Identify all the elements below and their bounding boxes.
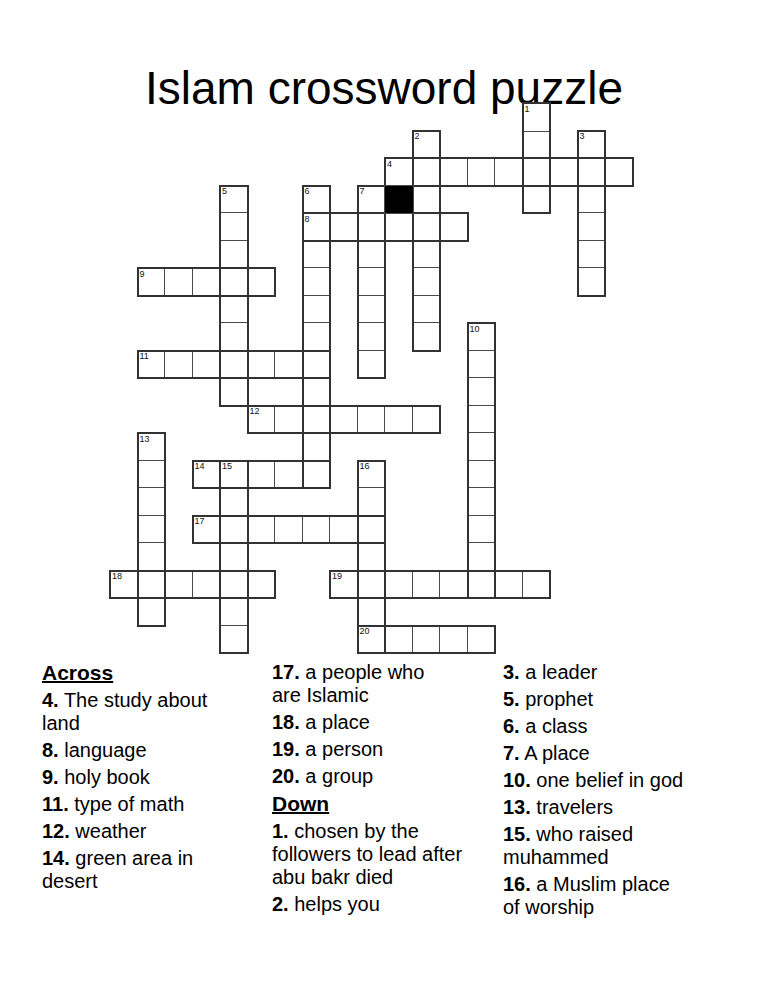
clue-20-line-1: 20. a group (272, 765, 500, 788)
grid-cell-r8c7[interactable] (302, 322, 332, 352)
grid-cell-r5c17[interactable] (577, 240, 607, 270)
grid-cell-r15c13[interactable] (467, 515, 497, 545)
grid-cell-r4c12[interactable] (439, 212, 469, 242)
grid-cell-r4c7[interactable] (302, 212, 332, 242)
grid-cell-r17c2[interactable] (164, 570, 194, 600)
grid-cell-r11c6[interactable] (274, 405, 304, 435)
grid-cell-r3c4[interactable] (219, 185, 249, 215)
clue-15-line-1: 15. who raised (503, 823, 743, 846)
grid-cell-r1c11[interactable] (412, 130, 442, 160)
grid-cell-r8c13[interactable] (467, 322, 497, 352)
clue-6: 6. a class (503, 715, 743, 738)
grid-cell-r17c4[interactable] (219, 570, 249, 600)
grid-cell-r9c9[interactable] (357, 350, 387, 380)
grid-cell-r14c1[interactable] (137, 487, 167, 517)
grid-cell-r17c11[interactable] (412, 570, 442, 600)
clue-3-line-1: 3. a leader (503, 661, 743, 684)
page: Islam crossword puzzle 12345678910111213… (0, 0, 768, 994)
grid-cell-r6c9[interactable] (357, 267, 387, 297)
clue-13: 13. travelers (503, 796, 743, 819)
grid-cell-r18c9[interactable] (357, 597, 387, 627)
grid-cell-r9c5[interactable] (247, 350, 277, 380)
grid-cell-r17c10[interactable] (384, 570, 414, 600)
grid-cell-r2c10[interactable] (384, 157, 414, 187)
grid-cell-r2c18[interactable] (604, 157, 634, 187)
grid-cell-r4c10[interactable] (384, 212, 414, 242)
grid-cell-r18c1[interactable] (137, 597, 167, 627)
grid-cell-r12c7[interactable] (302, 432, 332, 462)
grid-cell-r8c9[interactable] (357, 322, 387, 352)
grid-cell-r1c17[interactable] (577, 130, 607, 160)
grid-cell-r2c14[interactable] (494, 157, 524, 187)
clue-6-line-1: 6. a class (503, 715, 743, 738)
grid-cell-r3c9[interactable] (357, 185, 387, 215)
black-cell (384, 185, 414, 215)
clue-12-line-1: 12. weather (42, 820, 260, 843)
grid-cell-r17c14[interactable] (494, 570, 524, 600)
grid-cell-r4c17[interactable] (577, 212, 607, 242)
grid-cell-r5c11[interactable] (412, 240, 442, 270)
grid-cell-r18c4[interactable] (219, 597, 249, 627)
grid-cell-r17c1[interactable] (137, 570, 167, 600)
clue-8-line-1: 8. language (42, 739, 260, 762)
grid-cell-r16c9[interactable] (357, 542, 387, 572)
grid-cell-r6c3[interactable] (192, 267, 222, 297)
grid-cell-r15c4[interactable] (219, 515, 249, 545)
clue-17-line-1: 17. a people who (272, 661, 500, 684)
clue-column-3: 3. a leader5. prophet6. a class7. A plac… (503, 661, 743, 923)
clue-7-line-1: 7. A place (503, 742, 743, 765)
clue-15-line-2: muhammed (503, 846, 743, 869)
grid-cell-r19c13[interactable] (467, 625, 497, 655)
clue-1-line-3: abu bakr died (272, 866, 500, 889)
grid-cell-r12c13[interactable] (467, 432, 497, 462)
grid-cell-r2c16[interactable] (549, 157, 579, 187)
grid-cell-r10c4[interactable] (219, 377, 249, 407)
grid-cell-r19c9[interactable] (357, 625, 387, 655)
grid-cell-r10c13[interactable] (467, 377, 497, 407)
grid-cell-r13c9[interactable] (357, 460, 387, 490)
grid-cell-r5c4[interactable] (219, 240, 249, 270)
grid-cell-r15c6[interactable] (274, 515, 304, 545)
grid-cell-r19c12[interactable] (439, 625, 469, 655)
clue-2: 2. helps you (272, 893, 500, 916)
grid-cell-r8c4[interactable] (219, 322, 249, 352)
grid-cell-r4c9[interactable] (357, 212, 387, 242)
grid-cell-r10c7[interactable] (302, 377, 332, 407)
grid-cell-r15c7[interactable] (302, 515, 332, 545)
grid-cell-r16c13[interactable] (467, 542, 497, 572)
clue-19: 19. a person (272, 738, 500, 761)
grid-cell-r5c7[interactable] (302, 240, 332, 270)
grid-cell-r7c9[interactable] (357, 295, 387, 325)
grid-cell-r13c4[interactable] (219, 460, 249, 490)
grid-cell-r3c11[interactable] (412, 185, 442, 215)
clue-4-line-2: land (42, 712, 260, 735)
grid-cell-r3c7[interactable] (302, 185, 332, 215)
clue-18-line-1: 18. a place (272, 711, 500, 734)
page-title: Islam crossword puzzle (0, 61, 768, 115)
clue-10-line-1: 10. one belief in god (503, 769, 743, 792)
grid-cell-r11c10[interactable] (384, 405, 414, 435)
clue-5: 5. prophet (503, 688, 743, 711)
clue-3: 3. a leader (503, 661, 743, 684)
grid-cell-r11c7[interactable] (302, 405, 332, 435)
grid-cell-r6c5[interactable] (247, 267, 277, 297)
grid-cell-r4c4[interactable] (219, 212, 249, 242)
clue-18: 18. a place (272, 711, 500, 734)
clue-9-line-1: 9. holy book (42, 766, 260, 789)
grid-cell-r0c15[interactable] (522, 102, 552, 132)
grid-cell-r6c1[interactable] (137, 267, 167, 297)
grid-cell-r17c8[interactable] (329, 570, 359, 600)
grid-cell-r16c1[interactable] (137, 542, 167, 572)
grid-cell-r9c1[interactable] (137, 350, 167, 380)
grid-cell-r13c7[interactable] (302, 460, 332, 490)
clue-19-line-1: 19. a person (272, 738, 500, 761)
grid-cell-r6c4[interactable] (219, 267, 249, 297)
clues-heading-down: Down (272, 792, 500, 815)
grid-cell-r11c13[interactable] (467, 405, 497, 435)
clue-column-1: Across4. The study aboutland8. language9… (42, 661, 260, 897)
grid-cell-r17c5[interactable] (247, 570, 277, 600)
clue-1-line-1: 1. chosen by the (272, 820, 500, 843)
grid-cell-r12c1[interactable] (137, 432, 167, 462)
grid-cell-r9c4[interactable] (219, 350, 249, 380)
clue-14-line-1: 14. green area in (42, 847, 260, 870)
grid-cell-r15c8[interactable] (329, 515, 359, 545)
grid-cell-r6c2[interactable] (164, 267, 194, 297)
grid-cell-r7c11[interactable] (412, 295, 442, 325)
clue-14: 14. green area indesert (42, 847, 260, 893)
clue-17-line-2: are Islamic (272, 684, 500, 707)
grid-cell-r19c4[interactable] (219, 625, 249, 655)
grid-cell-r17c15[interactable] (522, 570, 552, 600)
grid-cell-r9c2[interactable] (164, 350, 194, 380)
grid-cell-r11c11[interactable] (412, 405, 442, 435)
grid-cell-r17c13[interactable] (467, 570, 497, 600)
grid-cell-r2c13[interactable] (467, 157, 497, 187)
grid-cell-r6c7[interactable] (302, 267, 332, 297)
grid-cell-r3c15[interactable] (522, 185, 552, 215)
clue-10: 10. one belief in god (503, 769, 743, 792)
clue-20: 20. a group (272, 765, 500, 788)
grid-cell-r5c9[interactable] (357, 240, 387, 270)
grid-cell-r17c12[interactable] (439, 570, 469, 600)
grid-cell-r8c11[interactable] (412, 322, 442, 352)
clue-1-line-2: followers to lead after (272, 843, 500, 866)
grid-cell-r13c6[interactable] (274, 460, 304, 490)
grid-cell-r9c3[interactable] (192, 350, 222, 380)
grid-cell-r2c12[interactable] (439, 157, 469, 187)
grid-cell-r15c9[interactable] (357, 515, 387, 545)
grid-cell-r14c9[interactable] (357, 487, 387, 517)
grid-cell-r2c11[interactable] (412, 157, 442, 187)
clue-7: 7. A place (503, 742, 743, 765)
grid-cell-r9c13[interactable] (467, 350, 497, 380)
clue-16-line-2: of worship (503, 896, 743, 919)
grid-cell-r9c7[interactable] (302, 350, 332, 380)
grid-cell-r2c17[interactable] (577, 157, 607, 187)
grid-cell-r16c4[interactable] (219, 542, 249, 572)
clue-8: 8. language (42, 739, 260, 762)
grid-cell-r17c9[interactable] (357, 570, 387, 600)
grid-cell-r6c17[interactable] (577, 267, 607, 297)
grid-cell-r9c6[interactable] (274, 350, 304, 380)
clue-11: 11. type of math (42, 793, 260, 816)
clue-17: 17. a people whoare Islamic (272, 661, 500, 707)
grid-cell-r2c15[interactable] (522, 157, 552, 187)
grid-cell-r11c9[interactable] (357, 405, 387, 435)
clue-16-line-1: 16. a Muslim place (503, 873, 743, 896)
grid-cell-r17c0[interactable] (109, 570, 139, 600)
clue-1: 1. chosen by thefollowers to lead aftera… (272, 820, 500, 889)
clue-2-line-1: 2. helps you (272, 893, 500, 916)
grid-cell-r3c17[interactable] (577, 185, 607, 215)
grid-cell-r13c13[interactable] (467, 460, 497, 490)
grid-cell-r7c7[interactable] (302, 295, 332, 325)
grid-cell-r4c11[interactable] (412, 212, 442, 242)
clue-5-line-1: 5. prophet (503, 688, 743, 711)
grid-cell-r14c4[interactable] (219, 487, 249, 517)
grid-cell-r13c5[interactable] (247, 460, 277, 490)
grid-cell-r14c13[interactable] (467, 487, 497, 517)
clue-column-2: 17. a people whoare Islamic18. a place19… (272, 661, 500, 920)
grid-cell-r4c8[interactable] (329, 212, 359, 242)
grid-cell-r11c8[interactable] (329, 405, 359, 435)
clue-13-line-1: 13. travelers (503, 796, 743, 819)
clue-11-line-1: 11. type of math (42, 793, 260, 816)
grid-cell-r19c11[interactable] (412, 625, 442, 655)
grid-cell-r17c3[interactable] (192, 570, 222, 600)
clue-15: 15. who raisedmuhammed (503, 823, 743, 869)
grid-cell-r7c4[interactable] (219, 295, 249, 325)
grid-cell-r13c3[interactable] (192, 460, 222, 490)
grid-cell-r15c3[interactable] (192, 515, 222, 545)
clue-9: 9. holy book (42, 766, 260, 789)
grid-cell-r15c5[interactable] (247, 515, 277, 545)
clue-14-line-2: desert (42, 870, 260, 893)
grid-cell-r6c11[interactable] (412, 267, 442, 297)
grid-cell-r15c1[interactable] (137, 515, 167, 545)
clue-4: 4. The study aboutland (42, 689, 260, 735)
clue-16: 16. a Muslim placeof worship (503, 873, 743, 919)
clues-heading-across: Across (42, 661, 260, 684)
grid-cell-r11c5[interactable] (247, 405, 277, 435)
clue-4-line-1: 4. The study about (42, 689, 260, 712)
clue-12: 12. weather (42, 820, 260, 843)
grid-cell-r13c1[interactable] (137, 460, 167, 490)
grid-cell-r19c10[interactable] (384, 625, 414, 655)
